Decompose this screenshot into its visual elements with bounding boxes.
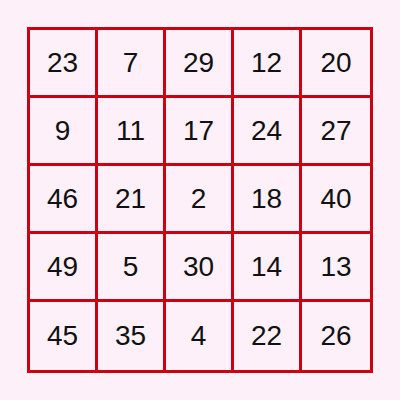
grid-cell-r2c4: 24: [234, 98, 302, 166]
grid-cell-r3c4: 18: [234, 166, 302, 234]
grid-cell-r4c1: 49: [30, 234, 98, 302]
grid-cell-r5c4: 22: [234, 302, 302, 370]
grid-cell-r5c2: 35: [98, 302, 166, 370]
grid-cell-r5c1: 45: [30, 302, 98, 370]
grid-cell-r4c2: 5: [98, 234, 166, 302]
grid-cell-r5c5: 26: [302, 302, 370, 370]
grid-cell-r2c1: 9: [30, 98, 98, 166]
grid-cell-r2c3: 17: [166, 98, 234, 166]
grid-cell-r4c4: 14: [234, 234, 302, 302]
grid-cell-r1c3: 29: [166, 30, 234, 98]
grid-cell-r1c1: 23: [30, 30, 98, 98]
grid-cell-r3c3: 2: [166, 166, 234, 234]
number-grid-board: 2372912209111724274621218404953014134535…: [27, 27, 373, 373]
grid-cell-r1c5: 20: [302, 30, 370, 98]
grid-cell-r1c4: 12: [234, 30, 302, 98]
grid-cell-r4c5: 13: [302, 234, 370, 302]
grid-cell-r5c3: 4: [166, 302, 234, 370]
grid-cell-r3c5: 40: [302, 166, 370, 234]
grid-cell-r2c5: 27: [302, 98, 370, 166]
grid-cell-r3c2: 21: [98, 166, 166, 234]
grid-cell-r4c3: 30: [166, 234, 234, 302]
grid-cell-r2c2: 11: [98, 98, 166, 166]
grid-cell-r1c2: 7: [98, 30, 166, 98]
grid-cell-r3c1: 46: [30, 166, 98, 234]
